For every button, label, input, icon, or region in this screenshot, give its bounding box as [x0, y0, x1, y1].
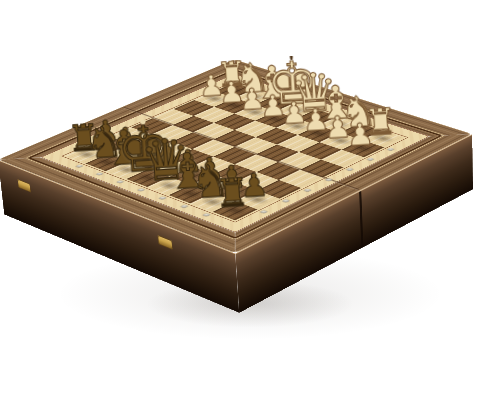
brass-latch	[157, 235, 172, 251]
piece-black-rook-a8: ♜	[199, 173, 265, 213]
camera-lean: ♜♞♝♛♚♝♞♜♟♟♟♟♟♟♟♟♟♟♟♟♟♟♟♟♜♞♝♛♚♝♞♜	[0, 0, 500, 400]
product-photo-stage: ♜♞♝♛♚♝♞♜♟♟♟♟♟♟♟♟♟♟♟♟♟♟♟♟♜♞♝♛♚♝♞♜	[0, 0, 500, 400]
brass-latch	[17, 179, 31, 193]
black-king-finial	[140, 119, 145, 124]
scene: ♜♞♝♛♚♝♞♜♟♟♟♟♟♟♟♟♟♟♟♟♟♟♟♟♜♞♝♛♚♝♞♜	[0, 0, 500, 400]
black-queen-finial	[162, 132, 167, 137]
white-king-finial	[290, 52, 293, 60]
chess-board: ♜♞♝♛♚♝♞♜♟♟♟♟♟♟♟♟♟♟♟♟♟♟♟♟♜♞♝♛♚♝♞♜	[0, 59, 472, 253]
piece-white-pawn-a2: ♟	[330, 119, 392, 151]
